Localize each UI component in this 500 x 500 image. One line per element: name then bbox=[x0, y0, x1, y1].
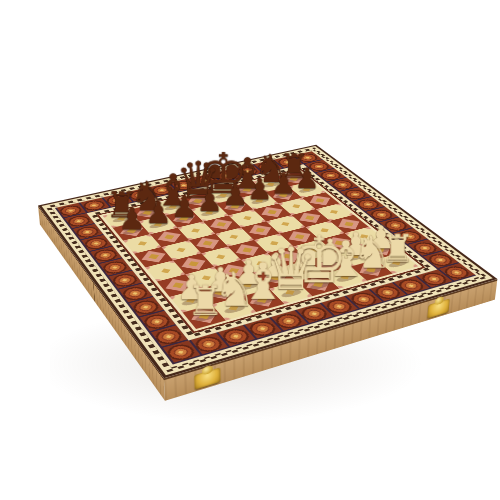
square-a7: ♟ bbox=[113, 222, 151, 241]
chess-board-grid: ♜♞♝♛♚♝♞♜♟♟♟♟♟♟♟♟♟♟♟♟♟♟♟♟♜♞♝♛♚♝♞♜ bbox=[103, 171, 419, 329]
border-inner-line: ♜♞♝♛♚♝♞♜♟♟♟♟♟♟♟♟♟♟♟♟♟♟♟♟♜♞♝♛♚♝♞♜ bbox=[96, 168, 425, 333]
rook-glyph: ♜ bbox=[186, 280, 223, 322]
fold-seam bbox=[93, 282, 95, 302]
border-checker-strip: ♜♞♝♛♚♝♞♜♟♟♟♟♟♟♟♟♟♟♟♟♟♟♟♟♜♞♝♛♚♝♞♜ bbox=[90, 166, 433, 338]
gold-clasp-icon bbox=[427, 299, 450, 319]
pawn-glyph: ♟ bbox=[118, 204, 145, 235]
square-b5 bbox=[162, 240, 201, 260]
pawn-glyph: ♟ bbox=[247, 175, 273, 204]
pawn-glyph: ♟ bbox=[222, 181, 248, 210]
pawn-glyph: ♟ bbox=[295, 164, 321, 192]
pawn-glyph: ♟ bbox=[145, 198, 172, 228]
pawn-glyph: ♟ bbox=[271, 170, 297, 199]
pawn-glyph: ♟ bbox=[197, 186, 224, 216]
chess-set-photo: ♜♞♝♛♚♝♞♜♟♟♟♟♟♟♟♟♟♟♟♟♟♟♟♟♜♞♝♛♚♝♞♜ bbox=[0, 0, 500, 500]
square-a1: ♜ bbox=[182, 304, 226, 329]
square-a5 bbox=[134, 247, 173, 268]
pawn-glyph: ♟ bbox=[171, 192, 198, 222]
